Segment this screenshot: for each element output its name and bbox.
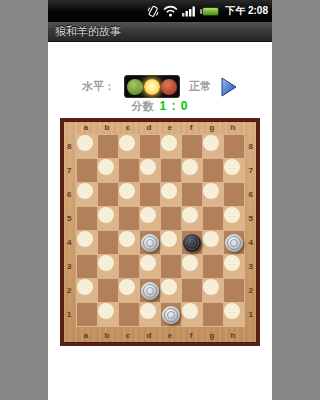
- square-b7[interactable]: [98, 159, 114, 175]
- square-c2[interactable]: [119, 279, 135, 295]
- square-h2[interactable]: [224, 279, 244, 302]
- file-label-e: e: [168, 331, 172, 340]
- file-label-g: g: [210, 331, 215, 340]
- square-b1[interactable]: [98, 303, 114, 319]
- square-g7[interactable]: [203, 159, 223, 182]
- signal-icon: [182, 5, 196, 17]
- black-piece-f4[interactable]: [183, 234, 201, 252]
- file-label-c: c: [126, 123, 130, 132]
- file-label-g: g: [210, 123, 215, 132]
- square-h7[interactable]: [224, 159, 240, 175]
- square-h4[interactable]: [224, 231, 244, 254]
- ranks-left: 87654321: [67, 134, 71, 327]
- square-g3[interactable]: [203, 255, 223, 278]
- title-bar: 狼和羊的故事: [48, 22, 272, 42]
- level-label: 水平：: [82, 79, 115, 94]
- controls-row: 水平： 正常: [48, 75, 272, 98]
- square-b6[interactable]: [98, 183, 118, 206]
- rank-label-3: 3: [67, 262, 71, 271]
- square-d6[interactable]: [140, 183, 160, 206]
- square-g5[interactable]: [203, 207, 223, 230]
- file-label-h: h: [231, 123, 236, 132]
- square-b4[interactable]: [98, 231, 118, 254]
- square-g2[interactable]: [203, 279, 219, 295]
- square-h1[interactable]: [224, 303, 240, 319]
- file-label-b: b: [105, 331, 110, 340]
- status-time: 下午 2:08: [223, 4, 268, 18]
- square-a2[interactable]: [77, 279, 93, 295]
- square-f3[interactable]: [182, 255, 198, 271]
- square-h6[interactable]: [224, 183, 244, 206]
- square-c4[interactable]: [119, 231, 135, 247]
- square-b2[interactable]: [98, 279, 118, 302]
- square-f6[interactable]: [182, 183, 202, 206]
- square-d4[interactable]: [140, 231, 160, 254]
- vibrate-icon: [147, 5, 159, 18]
- square-a4[interactable]: [77, 231, 93, 247]
- rank-label-1: 1: [249, 310, 253, 319]
- square-c5[interactable]: [119, 207, 139, 230]
- square-h5[interactable]: [224, 207, 240, 223]
- square-a3[interactable]: [77, 255, 97, 278]
- square-e6[interactable]: [161, 183, 177, 199]
- file-label-a: a: [84, 331, 88, 340]
- square-d1[interactable]: [140, 303, 156, 319]
- square-h8[interactable]: [224, 135, 244, 158]
- file-label-d: d: [147, 331, 152, 340]
- square-c8[interactable]: [119, 135, 135, 151]
- square-c7[interactable]: [119, 159, 139, 182]
- checkers-board: abcdefgh 87654321 87654321 abcdefgh: [60, 118, 260, 346]
- green-light: [127, 79, 143, 95]
- score-value: 1 : 0: [159, 99, 188, 113]
- square-d8[interactable]: [140, 135, 160, 158]
- square-g6[interactable]: [203, 183, 219, 199]
- file-label-h: h: [231, 331, 236, 340]
- square-e4[interactable]: [161, 231, 177, 247]
- rank-label-2: 2: [67, 286, 71, 295]
- square-d2[interactable]: [140, 279, 160, 302]
- rank-label-1: 1: [67, 310, 71, 319]
- rank-label-6: 6: [67, 190, 71, 199]
- square-h3[interactable]: [224, 255, 240, 271]
- square-f4[interactable]: [182, 231, 202, 254]
- rank-label-5: 5: [249, 214, 253, 223]
- files-bottom: abcdefgh: [76, 331, 245, 340]
- file-label-e: e: [168, 123, 172, 132]
- file-label-f: f: [190, 331, 193, 340]
- square-c1[interactable]: [119, 303, 139, 326]
- square-a5[interactable]: [77, 207, 97, 230]
- square-a1[interactable]: [77, 303, 97, 326]
- play-button[interactable]: [220, 77, 238, 97]
- white-piece-h4[interactable]: [225, 234, 243, 252]
- wifi-icon: [163, 5, 178, 17]
- square-f8[interactable]: [182, 135, 202, 158]
- square-f7[interactable]: [182, 159, 198, 175]
- yellow-light-active: [144, 79, 160, 95]
- square-d5[interactable]: [140, 207, 156, 223]
- square-g1[interactable]: [203, 303, 223, 326]
- file-label-c: c: [126, 331, 130, 340]
- square-e1[interactable]: [161, 303, 181, 326]
- square-a8[interactable]: [77, 135, 93, 151]
- red-light: [161, 79, 177, 95]
- battery-icon: [200, 7, 219, 16]
- square-a6[interactable]: [77, 183, 93, 199]
- white-piece-d2[interactable]: [141, 282, 159, 300]
- status-bar: 下午 2:08: [48, 0, 272, 22]
- app-title: 狼和羊的故事: [48, 24, 121, 39]
- square-a7[interactable]: [77, 159, 97, 182]
- square-e7[interactable]: [161, 159, 181, 182]
- square-g8[interactable]: [203, 135, 219, 151]
- square-e3[interactable]: [161, 255, 181, 278]
- square-d7[interactable]: [140, 159, 156, 175]
- square-e5[interactable]: [161, 207, 181, 230]
- white-piece-d4[interactable]: [141, 234, 159, 252]
- file-label-a: a: [84, 123, 88, 132]
- board-grid: [76, 134, 245, 327]
- square-d3[interactable]: [140, 255, 156, 271]
- square-b8[interactable]: [98, 135, 118, 158]
- rank-label-2: 2: [249, 286, 253, 295]
- square-f1[interactable]: [182, 303, 198, 319]
- square-f2[interactable]: [182, 279, 202, 302]
- square-f5[interactable]: [182, 207, 198, 223]
- square-c3[interactable]: [119, 255, 139, 278]
- rank-label-7: 7: [249, 166, 253, 175]
- ranks-right: 87654321: [249, 134, 253, 327]
- square-e2[interactable]: [161, 279, 177, 295]
- square-g4[interactable]: [203, 231, 219, 247]
- square-c6[interactable]: [119, 183, 135, 199]
- file-label-d: d: [147, 123, 152, 132]
- files-top: abcdefgh: [76, 123, 245, 132]
- square-b3[interactable]: [98, 255, 114, 271]
- square-e8[interactable]: [161, 135, 177, 151]
- file-label-b: b: [105, 123, 110, 132]
- app-screen: 下午 2:08 狼和羊的故事 水平： 正常 分数 1 : 0: [48, 0, 272, 400]
- rank-label-7: 7: [67, 166, 71, 175]
- rank-label-3: 3: [249, 262, 253, 271]
- square-b5[interactable]: [98, 207, 114, 223]
- rank-label-8: 8: [67, 142, 71, 151]
- traffic-light-level-selector[interactable]: [124, 75, 180, 98]
- rank-label-4: 4: [249, 238, 253, 247]
- rank-label-8: 8: [249, 142, 253, 151]
- rank-label-4: 4: [67, 238, 71, 247]
- rank-label-5: 5: [67, 214, 71, 223]
- level-status-text: 正常: [189, 79, 211, 94]
- score-label: 分数: [131, 99, 153, 114]
- score-row: 分数 1 : 0: [48, 99, 272, 113]
- file-label-f: f: [190, 123, 193, 132]
- white-piece-e1[interactable]: [162, 306, 180, 324]
- rank-label-6: 6: [249, 190, 253, 199]
